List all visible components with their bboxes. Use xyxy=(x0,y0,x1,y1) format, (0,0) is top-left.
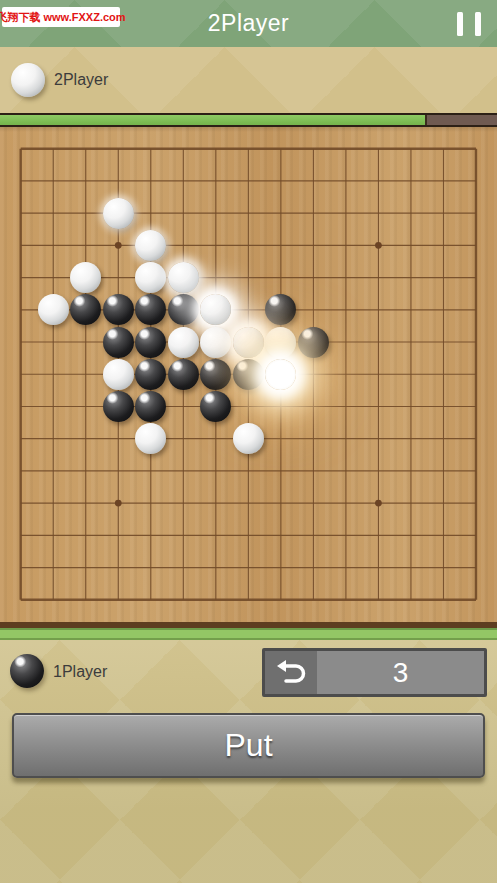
star-point xyxy=(375,242,382,249)
undo-arrow-icon xyxy=(265,651,317,694)
stone-black xyxy=(168,294,199,325)
stone-black xyxy=(298,327,329,358)
stone-white xyxy=(265,327,296,358)
game-board[interactable] xyxy=(0,127,497,628)
top-player-bar: 2Player xyxy=(0,47,497,113)
stone-white xyxy=(38,294,69,325)
black-stone-icon xyxy=(10,654,44,688)
bottom-player-label: 1Player xyxy=(53,663,107,681)
stone-black xyxy=(103,327,134,358)
stone-white xyxy=(168,327,199,358)
watermark-top-text: 飞翔下载 www.FXXZ.com xyxy=(0,10,126,25)
stone-black xyxy=(135,327,166,358)
star-point xyxy=(115,500,122,507)
pause-button[interactable] xyxy=(455,9,483,39)
stone-black xyxy=(135,391,166,422)
stone-white xyxy=(135,230,166,261)
stone-black xyxy=(103,391,134,422)
pause-icon xyxy=(457,12,463,36)
top-player-label: 2Player xyxy=(54,71,108,89)
stone-white xyxy=(233,327,264,358)
stone-white xyxy=(168,262,199,293)
stone-white xyxy=(103,198,134,229)
stone-white xyxy=(103,359,134,390)
stone-white xyxy=(200,327,231,358)
watermark-badge-top: 飞翔下载 www.FXXZ.com xyxy=(2,7,120,27)
stone-white xyxy=(233,423,264,454)
pause-icon xyxy=(475,12,481,36)
green-divider xyxy=(0,628,497,640)
stone-black xyxy=(168,359,199,390)
app-container: 2Player 飞翔下载 www.FXXZ.com 2Player 1Playe… xyxy=(0,0,497,883)
stone-black xyxy=(200,359,231,390)
stone-black xyxy=(135,359,166,390)
undo-count: 3 xyxy=(317,651,484,694)
white-stone-icon xyxy=(11,63,45,97)
put-button[interactable]: Put xyxy=(12,713,485,778)
star-point xyxy=(115,242,122,249)
bottom-panel: 1Player 3 Put 飞翔下载 WWW.FXXZ.COM xyxy=(0,640,497,883)
undo-button[interactable]: 3 xyxy=(262,648,487,697)
stone-black xyxy=(233,359,264,390)
stone-black xyxy=(103,294,134,325)
star-point xyxy=(375,500,382,507)
turn-timer-bar xyxy=(0,113,497,127)
stone-white xyxy=(265,359,296,390)
turn-timer-fill xyxy=(0,115,427,125)
